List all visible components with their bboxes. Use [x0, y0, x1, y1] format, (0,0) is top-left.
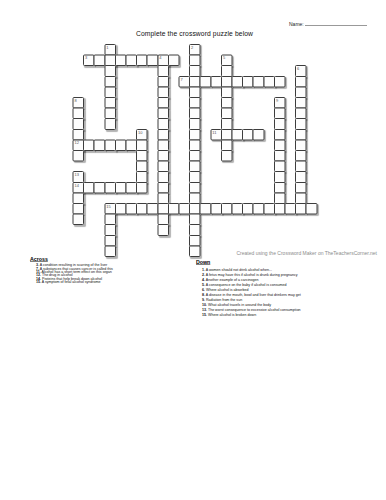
- across-clues-section: Across 3. A condition resulting in scarr…: [30, 256, 190, 284]
- down-clues-section: Down 1. A women should not drink alcohol…: [196, 259, 382, 318]
- clue-number: 7: [181, 77, 183, 82]
- name-label: Name:: [289, 21, 304, 27]
- crossword-cell[interactable]: [157, 224, 169, 236]
- clue-number: 1: [106, 45, 108, 50]
- down-heading: Down: [196, 259, 382, 265]
- clue-number: 2: [191, 45, 193, 50]
- worksheet-sheet: Name: Complete the crossword puzzle belo…: [0, 0, 386, 500]
- crossword-cell[interactable]: [73, 150, 85, 162]
- page-title: Complete the crossword puzzle below: [0, 30, 386, 38]
- clue-number: 9: [276, 98, 278, 103]
- across-clue-list: 3. A condition resulting in scarring of …: [30, 264, 190, 284]
- crossword-cell[interactable]: [168, 55, 180, 67]
- clue-number: 4: [159, 56, 161, 61]
- down-clue-list: 1. A women should not drink alcohol when…: [196, 268, 382, 318]
- clue-number: 5: [223, 56, 225, 61]
- clue-number: 8: [75, 98, 77, 103]
- crossword-cell[interactable]: [253, 129, 265, 141]
- down-clue: 15. Where alcohol is broken down: [196, 313, 382, 318]
- crossword-grid: 123456789101112131415: [73, 44, 319, 258]
- clue-number: 6: [297, 66, 299, 71]
- clue-number: 14: [75, 183, 79, 188]
- worksheet-page: Name: Complete the crossword puzzle belo…: [0, 0, 386, 500]
- crossword-cell[interactable]: [73, 214, 85, 226]
- crossword-cell[interactable]: [104, 118, 116, 130]
- crossword-cell[interactable]: [136, 182, 148, 194]
- clue-number: 15: [106, 204, 110, 209]
- name-field: Name:: [289, 20, 367, 27]
- clue-number: 11: [212, 130, 216, 135]
- across-heading: Across: [30, 256, 190, 262]
- across-clue: 15. A symptom of fetal alcohol syndrome: [30, 280, 190, 283]
- crossword-cell[interactable]: [306, 203, 318, 215]
- clue-number: 3: [85, 56, 87, 61]
- clue-number: 12: [75, 140, 79, 145]
- clue-number: 10: [138, 130, 142, 135]
- crossword-cell[interactable]: [221, 150, 233, 162]
- crossword-cell[interactable]: [274, 76, 286, 88]
- clue-number: 13: [75, 172, 79, 177]
- name-blank-line[interactable]: [305, 20, 367, 26]
